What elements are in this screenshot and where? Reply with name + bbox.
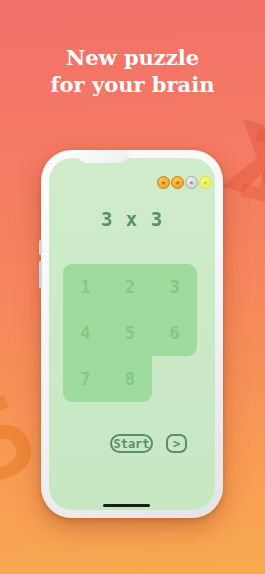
puzzle-grid: 1 2 3 4 5 6 7 8 [63,264,197,402]
star-badge-gold-1: ★ [157,176,170,189]
puzzle-tile-2[interactable]: 2 [108,264,153,310]
volume-up-button [39,240,42,255]
phone-notch [77,150,129,163]
puzzle-tile-7[interactable]: 7 [63,356,108,402]
background-decor-1-glyph: 1 [228,112,265,224]
puzzle-tile-1[interactable]: 1 [63,264,108,310]
puzzle-tile-5[interactable]: 5 [108,310,153,356]
star-badge-gold-2: ★ [171,176,184,189]
start-button[interactable]: Start [110,434,153,453]
puzzle-tile-8[interactable]: 8 [108,356,153,402]
puzzle-tile-3[interactable]: 3 [152,264,197,310]
star-progress-badges: ★ ★ ★ ★ [157,176,212,189]
puzzle-empty-slot [152,356,197,402]
puzzle-tile-4[interactable]: 4 [63,310,108,356]
next-level-button[interactable]: > [166,434,187,453]
promo-headline-line1: New puzzle [0,44,265,71]
volume-down-button [39,261,42,288]
game-screen: ★ ★ ★ ★ 3 x 3 1 2 3 4 5 6 7 8 Start > [49,158,215,510]
promo-headline-line2: for your brain [0,71,265,98]
star-badge-silver: ★ [185,176,198,189]
app-store-screenshot: x 1 5 New puzzle for your brain ★ ★ ★ ★ … [0,0,265,574]
home-indicator [103,504,150,507]
level-title: 3 x 3 [49,208,215,230]
puzzle-tile-6[interactable]: 6 [152,310,197,356]
promo-headline: New puzzle for your brain [0,44,265,98]
phone-mockup: ★ ★ ★ ★ 3 x 3 1 2 3 4 5 6 7 8 Start > [41,150,223,518]
star-badge-yellow: ★ [199,176,212,189]
